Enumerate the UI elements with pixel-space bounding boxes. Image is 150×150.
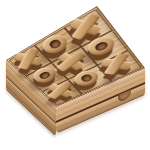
product-photo (0, 0, 150, 150)
piece-x-top (57, 51, 87, 72)
piece-x-top (47, 81, 73, 100)
finger-notch[interactable] (118, 89, 130, 102)
